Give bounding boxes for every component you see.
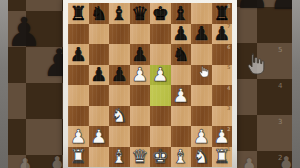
square-b5[interactable]: ♟ bbox=[89, 65, 110, 86]
white-knight[interactable]: ♞ bbox=[111, 106, 128, 125]
square-a5[interactable] bbox=[68, 65, 89, 86]
rank-label-6: 6 bbox=[227, 45, 230, 50]
square-h8[interactable]: ♜8 bbox=[212, 3, 233, 24]
square-e4[interactable] bbox=[150, 85, 171, 106]
square-a1[interactable]: ♜ bbox=[68, 147, 89, 168]
black-pawn[interactable]: ♟ bbox=[213, 24, 230, 43]
square-h1[interactable]: ♜1 bbox=[212, 147, 233, 168]
square-h2[interactable]: ♟2 bbox=[212, 126, 233, 147]
right-edge-strip bbox=[292, 0, 300, 168]
square-a6[interactable]: ♟ bbox=[68, 44, 89, 65]
square-f7[interactable]: ♟ bbox=[171, 24, 192, 45]
square-e2[interactable] bbox=[150, 126, 171, 147]
square-g6[interactable] bbox=[191, 44, 212, 65]
black-knight[interactable]: ♞ bbox=[172, 45, 189, 64]
black-pawn[interactable]: ♟ bbox=[70, 45, 87, 64]
square-g1[interactable]: ♞ bbox=[191, 147, 212, 168]
black-pawn[interactable]: ♟ bbox=[193, 24, 210, 43]
square-a7[interactable] bbox=[68, 24, 89, 45]
square-c8[interactable]: ♝ bbox=[109, 3, 130, 24]
black-queen[interactable]: ♛ bbox=[131, 4, 148, 23]
square-b8[interactable]: ♞ bbox=[89, 3, 110, 24]
square-h4[interactable]: 4 bbox=[212, 85, 233, 106]
white-bishop[interactable]: ♝ bbox=[111, 147, 128, 166]
black-pawn[interactable]: ♟ bbox=[131, 45, 148, 64]
square-e8[interactable]: ♚ bbox=[150, 3, 171, 24]
square-d7[interactable] bbox=[130, 24, 151, 45]
square-g2[interactable]: ♟ bbox=[191, 126, 212, 147]
square-b6[interactable] bbox=[89, 44, 110, 65]
chess-board[interactable]: ♜♞♝♛♚♝♜8♟♟♟7♟♟♞6♟♟♟♟5♟4♞3♟♟♟♟2♜♝♛♚♝♞♜1 bbox=[68, 3, 232, 167]
black-bishop[interactable]: ♝ bbox=[111, 4, 128, 23]
square-c5[interactable]: ♟ bbox=[109, 65, 130, 86]
white-knight[interactable]: ♞ bbox=[193, 147, 210, 166]
square-a8[interactable]: ♜ bbox=[68, 3, 89, 24]
black-pawn[interactable]: ♟ bbox=[172, 24, 189, 43]
square-b1[interactable] bbox=[89, 147, 110, 168]
black-pawn[interactable]: ♟ bbox=[111, 65, 128, 84]
square-d5[interactable]: ♟ bbox=[130, 65, 151, 86]
left-edge-strip bbox=[0, 0, 8, 168]
square-d8[interactable]: ♛ bbox=[130, 3, 151, 24]
square-a2[interactable]: ♟ bbox=[68, 126, 89, 147]
black-knight[interactable]: ♞ bbox=[90, 4, 107, 23]
square-f1[interactable]: ♝ bbox=[171, 147, 192, 168]
white-queen[interactable]: ♛ bbox=[131, 147, 148, 166]
square-h6[interactable]: 6 bbox=[212, 44, 233, 65]
rank-label-3: 3 bbox=[227, 106, 230, 111]
square-h3[interactable]: 3 bbox=[212, 106, 233, 127]
square-g4[interactable] bbox=[191, 85, 212, 106]
square-f5[interactable] bbox=[171, 65, 192, 86]
square-c1[interactable]: ♝ bbox=[109, 147, 130, 168]
white-pawn[interactable]: ♟ bbox=[172, 86, 189, 105]
square-e5[interactable]: ♟ bbox=[150, 65, 171, 86]
square-c4[interactable] bbox=[109, 85, 130, 106]
square-g8[interactable] bbox=[191, 3, 212, 24]
square-e7[interactable] bbox=[150, 24, 171, 45]
square-g3[interactable] bbox=[191, 106, 212, 127]
white-king[interactable]: ♚ bbox=[152, 147, 169, 166]
square-f8[interactable]: ♝ bbox=[171, 3, 192, 24]
square-c2[interactable] bbox=[109, 126, 130, 147]
black-pawn[interactable]: ♟ bbox=[90, 65, 107, 84]
white-rook[interactable]: ♜ bbox=[213, 147, 230, 166]
square-b3[interactable] bbox=[89, 106, 110, 127]
black-bishop[interactable]: ♝ bbox=[172, 4, 189, 23]
white-pawn[interactable]: ♟ bbox=[70, 127, 87, 146]
square-d3[interactable] bbox=[130, 106, 151, 127]
black-rook[interactable]: ♜ bbox=[70, 4, 87, 23]
white-pawn[interactable]: ♟ bbox=[152, 65, 169, 84]
rank-label-5: 5 bbox=[227, 65, 230, 70]
square-f3[interactable] bbox=[171, 106, 192, 127]
white-bishop[interactable]: ♝ bbox=[172, 147, 189, 166]
square-f4[interactable]: ♟ bbox=[171, 85, 192, 106]
square-g7[interactable]: ♟ bbox=[191, 24, 212, 45]
square-a3[interactable] bbox=[68, 106, 89, 127]
square-e3[interactable] bbox=[150, 106, 171, 127]
square-e1[interactable]: ♚ bbox=[150, 147, 171, 168]
rank-label-4: 4 bbox=[227, 86, 230, 91]
square-d6[interactable]: ♟ bbox=[130, 44, 151, 65]
square-c3[interactable]: ♞ bbox=[109, 106, 130, 127]
square-h7[interactable]: ♟7 bbox=[212, 24, 233, 45]
white-pawn[interactable]: ♟ bbox=[193, 127, 210, 146]
square-c6[interactable] bbox=[109, 44, 130, 65]
square-d2[interactable] bbox=[130, 126, 151, 147]
square-b7[interactable] bbox=[89, 24, 110, 45]
hand-pointer-cursor bbox=[197, 64, 210, 79]
square-h5[interactable]: 5 bbox=[212, 65, 233, 86]
square-e6[interactable] bbox=[150, 44, 171, 65]
square-a4[interactable] bbox=[68, 85, 89, 106]
black-rook[interactable]: ♜ bbox=[213, 4, 230, 23]
square-c7[interactable] bbox=[109, 24, 130, 45]
square-d1[interactable]: ♛ bbox=[130, 147, 151, 168]
square-b2[interactable]: ♟ bbox=[89, 126, 110, 147]
black-king[interactable]: ♚ bbox=[152, 4, 169, 23]
white-pawn[interactable]: ♟ bbox=[131, 65, 148, 84]
white-rook[interactable]: ♜ bbox=[70, 147, 87, 166]
square-d4[interactable] bbox=[130, 85, 151, 106]
video-frame: { "game": "chess", "app": {"description_… bbox=[0, 0, 300, 168]
square-f6[interactable]: ♞ bbox=[171, 44, 192, 65]
pillarbox-right: ♟♟♟♟5432 bbox=[236, 0, 300, 168]
square-b4[interactable] bbox=[89, 85, 110, 106]
pillarbox-left: ♟♟♟♟ bbox=[0, 0, 64, 168]
white-pawn[interactable]: ♟ bbox=[213, 127, 230, 146]
white-pawn[interactable]: ♟ bbox=[90, 127, 107, 146]
square-f2[interactable] bbox=[171, 126, 192, 147]
